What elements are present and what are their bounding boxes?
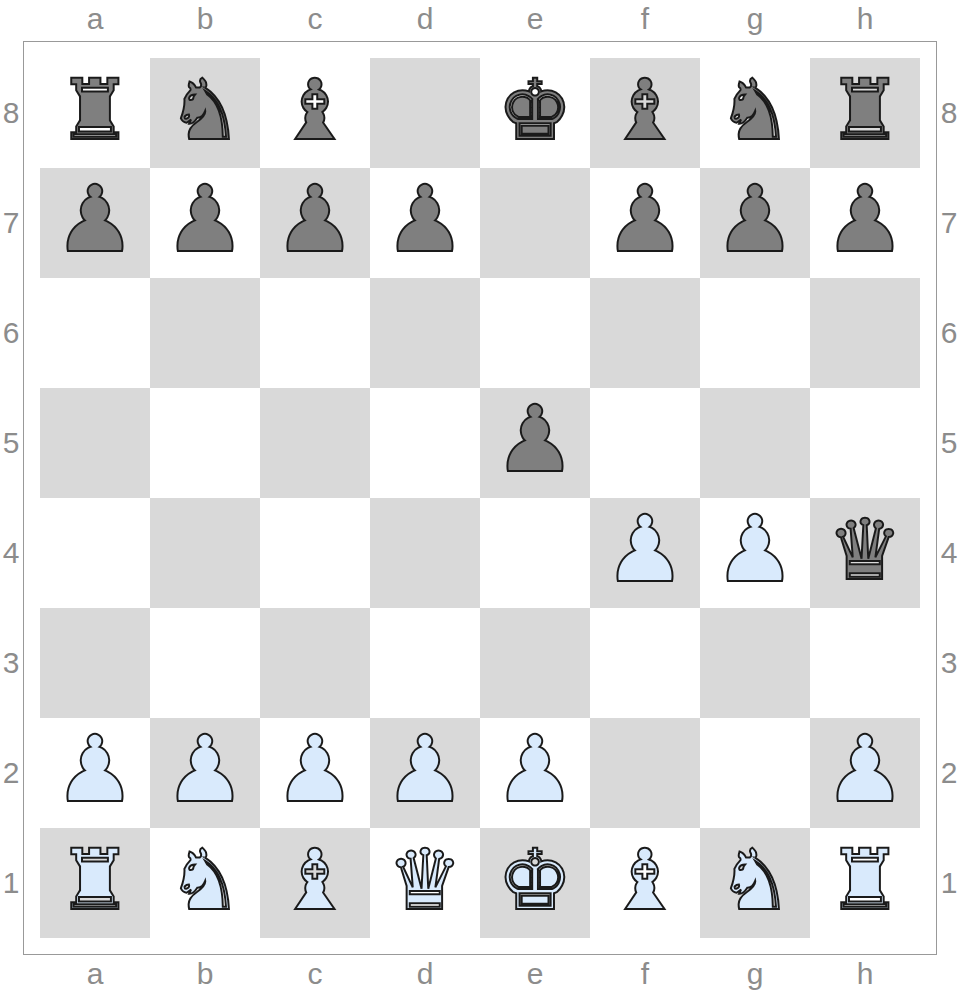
board-frame: ♜♞♝♚♝♞♜♟♟♟♟♟♟♟♟♟♟♛♟♟♟♟♟♟♜♞♝♛♚♝♞♜ — [23, 41, 937, 955]
rank-label-right-2: 2 — [938, 718, 960, 828]
square-a1[interactable]: ♜ — [40, 828, 150, 938]
square-h8[interactable]: ♜ — [810, 58, 920, 168]
rank-label-right-3: 3 — [938, 608, 960, 718]
rank-label-left-8: 8 — [0, 58, 22, 168]
square-c2[interactable]: ♟ — [260, 718, 370, 828]
square-d1[interactable]: ♛ — [370, 828, 480, 938]
square-d8[interactable] — [370, 58, 480, 168]
black-knight-piece[interactable]: ♞ — [717, 55, 792, 165]
square-d7[interactable]: ♟ — [370, 168, 480, 278]
file-label-top-b: b — [150, 0, 260, 38]
square-d4[interactable] — [370, 498, 480, 608]
square-g1[interactable]: ♞ — [700, 828, 810, 938]
white-queen-piece[interactable]: ♛ — [387, 825, 462, 935]
rank-label-right-5: 5 — [938, 388, 960, 498]
square-h7[interactable]: ♟ — [810, 168, 920, 278]
rank-label-left-6: 6 — [0, 278, 22, 388]
square-f6[interactable] — [590, 278, 700, 388]
square-c8[interactable]: ♝ — [260, 58, 370, 168]
file-label-bottom-g: g — [700, 955, 810, 993]
rank-label-right-6: 6 — [938, 278, 960, 388]
white-pawn-piece[interactable]: ♟ — [54, 715, 136, 825]
black-pawn-piece[interactable]: ♟ — [54, 165, 136, 275]
square-f1[interactable]: ♝ — [590, 828, 700, 938]
square-e2[interactable]: ♟ — [480, 718, 590, 828]
white-knight-piece[interactable]: ♞ — [167, 825, 242, 935]
square-b1[interactable]: ♞ — [150, 828, 260, 938]
chess-board: ♜♞♝♚♝♞♜♟♟♟♟♟♟♟♟♟♟♛♟♟♟♟♟♟♜♞♝♛♚♝♞♜ — [40, 58, 920, 938]
black-pawn-piece[interactable]: ♟ — [604, 165, 686, 275]
black-pawn-piece[interactable]: ♟ — [274, 165, 356, 275]
white-pawn-piece[interactable]: ♟ — [494, 715, 576, 825]
square-g4[interactable]: ♟ — [700, 498, 810, 608]
rank-label-right-4: 4 — [938, 498, 960, 608]
square-e8[interactable]: ♚ — [480, 58, 590, 168]
square-e4[interactable] — [480, 498, 590, 608]
white-bishop-piece[interactable]: ♝ — [277, 825, 352, 935]
square-f8[interactable]: ♝ — [590, 58, 700, 168]
square-g2[interactable] — [700, 718, 810, 828]
square-c1[interactable]: ♝ — [260, 828, 370, 938]
rank-label-left-2: 2 — [0, 718, 22, 828]
square-g5[interactable] — [700, 388, 810, 498]
square-f7[interactable]: ♟ — [590, 168, 700, 278]
square-h5[interactable] — [810, 388, 920, 498]
rank-label-right-1: 1 — [938, 828, 960, 938]
square-f4[interactable]: ♟ — [590, 498, 700, 608]
black-pawn-piece[interactable]: ♟ — [714, 165, 796, 275]
file-label-top-e: e — [480, 0, 590, 38]
file-labels-bottom: abcdefgh — [40, 955, 920, 993]
black-queen-piece[interactable]: ♛ — [827, 495, 902, 605]
square-d3[interactable] — [370, 608, 480, 718]
white-pawn-piece[interactable]: ♟ — [164, 715, 246, 825]
white-pawn-piece[interactable]: ♟ — [604, 495, 686, 605]
file-label-top-c: c — [260, 0, 370, 38]
file-label-top-g: g — [700, 0, 810, 38]
rank-label-left-4: 4 — [0, 498, 22, 608]
white-king-piece[interactable]: ♚ — [497, 825, 572, 935]
black-king-piece[interactable]: ♚ — [497, 55, 572, 165]
square-c4[interactable] — [260, 498, 370, 608]
square-h1[interactable]: ♜ — [810, 828, 920, 938]
square-b4[interactable] — [150, 498, 260, 608]
square-g7[interactable]: ♟ — [700, 168, 810, 278]
black-rook-piece[interactable]: ♜ — [827, 55, 902, 165]
file-label-top-h: h — [810, 0, 920, 38]
square-a7[interactable]: ♟ — [40, 168, 150, 278]
black-bishop-piece[interactable]: ♝ — [277, 55, 352, 165]
square-c5[interactable] — [260, 388, 370, 498]
square-b8[interactable]: ♞ — [150, 58, 260, 168]
black-rook-piece[interactable]: ♜ — [57, 55, 132, 165]
square-a8[interactable]: ♜ — [40, 58, 150, 168]
file-label-bottom-e: e — [480, 955, 590, 993]
square-g3[interactable] — [700, 608, 810, 718]
square-e1[interactable]: ♚ — [480, 828, 590, 938]
rank-labels-left: 87654321 — [0, 58, 22, 938]
square-g6[interactable] — [700, 278, 810, 388]
black-pawn-piece[interactable]: ♟ — [494, 385, 576, 495]
white-pawn-piece[interactable]: ♟ — [714, 495, 796, 605]
square-c6[interactable] — [260, 278, 370, 388]
square-a5[interactable] — [40, 388, 150, 498]
square-h3[interactable] — [810, 608, 920, 718]
white-pawn-piece[interactable]: ♟ — [824, 715, 906, 825]
black-pawn-piece[interactable]: ♟ — [384, 165, 466, 275]
rank-label-left-5: 5 — [0, 388, 22, 498]
square-f5[interactable] — [590, 388, 700, 498]
rank-label-right-7: 7 — [938, 168, 960, 278]
square-h6[interactable] — [810, 278, 920, 388]
rank-label-right-8: 8 — [938, 58, 960, 168]
square-b2[interactable]: ♟ — [150, 718, 260, 828]
file-label-bottom-f: f — [590, 955, 700, 993]
square-e3[interactable] — [480, 608, 590, 718]
file-labels-top: abcdefgh — [40, 0, 920, 38]
file-label-top-a: a — [40, 0, 150, 38]
white-bishop-piece[interactable]: ♝ — [607, 825, 682, 935]
square-a6[interactable] — [40, 278, 150, 388]
white-knight-piece[interactable]: ♞ — [717, 825, 792, 935]
rank-label-left-7: 7 — [0, 168, 22, 278]
black-pawn-piece[interactable]: ♟ — [824, 165, 906, 275]
white-rook-piece[interactable]: ♜ — [57, 825, 132, 935]
square-e5[interactable]: ♟ — [480, 388, 590, 498]
file-label-bottom-a: a — [40, 955, 150, 993]
rank-label-left-1: 1 — [0, 828, 22, 938]
black-pawn-piece[interactable]: ♟ — [164, 165, 246, 275]
file-label-bottom-d: d — [370, 955, 480, 993]
square-e7[interactable] — [480, 168, 590, 278]
square-h4[interactable]: ♛ — [810, 498, 920, 608]
file-label-bottom-b: b — [150, 955, 260, 993]
file-label-bottom-h: h — [810, 955, 920, 993]
square-a3[interactable] — [40, 608, 150, 718]
white-pawn-piece[interactable]: ♟ — [274, 715, 356, 825]
square-h2[interactable]: ♟ — [810, 718, 920, 828]
square-c7[interactable]: ♟ — [260, 168, 370, 278]
square-f2[interactable] — [590, 718, 700, 828]
file-label-top-d: d — [370, 0, 480, 38]
black-knight-piece[interactable]: ♞ — [167, 55, 242, 165]
square-a2[interactable]: ♟ — [40, 718, 150, 828]
square-e6[interactable] — [480, 278, 590, 388]
square-f3[interactable] — [590, 608, 700, 718]
square-c3[interactable] — [260, 608, 370, 718]
white-pawn-piece[interactable]: ♟ — [384, 715, 466, 825]
square-d5[interactable] — [370, 388, 480, 498]
white-rook-piece[interactable]: ♜ — [827, 825, 902, 935]
square-b7[interactable]: ♟ — [150, 168, 260, 278]
square-a4[interactable] — [40, 498, 150, 608]
square-b6[interactable] — [150, 278, 260, 388]
black-bishop-piece[interactable]: ♝ — [607, 55, 682, 165]
file-label-bottom-c: c — [260, 955, 370, 993]
rank-label-left-3: 3 — [0, 608, 22, 718]
file-label-top-f: f — [590, 0, 700, 38]
square-b3[interactable] — [150, 608, 260, 718]
square-d2[interactable]: ♟ — [370, 718, 480, 828]
square-b5[interactable] — [150, 388, 260, 498]
square-g8[interactable]: ♞ — [700, 58, 810, 168]
rank-labels-right: 87654321 — [938, 58, 960, 938]
square-d6[interactable] — [370, 278, 480, 388]
